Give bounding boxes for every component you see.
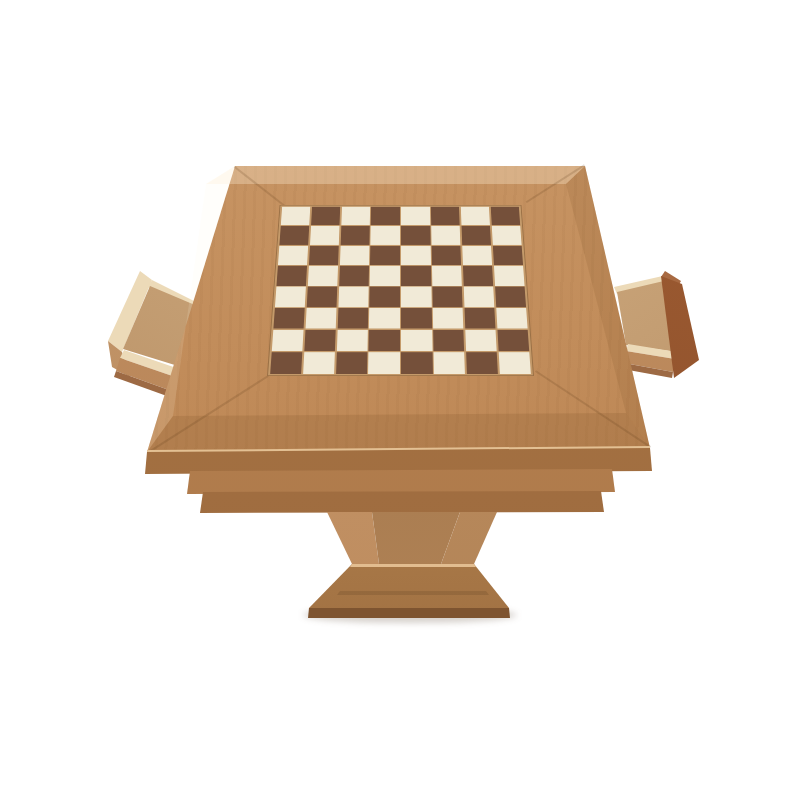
- square-h6: [493, 246, 523, 265]
- square-a2: [272, 330, 304, 351]
- square-e4: [401, 287, 431, 307]
- square-d6: [370, 246, 399, 265]
- square-f1: [434, 352, 466, 374]
- square-a3: [273, 308, 305, 329]
- foot-bottom-edge: [0, 0, 800, 800]
- drawer-left-rim-bottom: [0, 0, 800, 800]
- drawer-left-cap-face: [0, 0, 800, 800]
- miter-seam-front-left: [147, 375, 269, 454]
- apron-upper-step: [0, 0, 800, 800]
- column-left-chamfer: [0, 0, 800, 800]
- square-g8: [461, 207, 490, 225]
- square-a4: [275, 287, 306, 307]
- square-c2: [337, 330, 368, 351]
- square-a1: [270, 352, 302, 374]
- chess-table-photo: [0, 0, 800, 800]
- drawer-right-rim-bottom: [0, 0, 800, 800]
- square-e2: [401, 330, 432, 351]
- square-g5: [463, 266, 493, 286]
- square-d5: [370, 266, 400, 286]
- square-d2: [369, 330, 400, 351]
- square-g7: [461, 226, 491, 245]
- square-c4: [338, 287, 368, 307]
- square-d4: [370, 287, 400, 307]
- square-e3: [401, 308, 432, 329]
- square-h7: [492, 226, 522, 245]
- square-h3: [496, 308, 528, 329]
- drawer-right-cap-top-edge: [0, 0, 800, 800]
- tabletop-surface: [0, 0, 800, 800]
- square-c1: [336, 352, 368, 374]
- square-g4: [464, 287, 495, 307]
- square-e7: [401, 226, 430, 245]
- square-a5: [276, 266, 307, 286]
- table-edge-band: [0, 0, 800, 800]
- miter-seam-back-left: [234, 166, 285, 206]
- square-f4: [432, 287, 462, 307]
- drawer-left-cavity: [0, 0, 800, 800]
- square-f7: [431, 226, 460, 245]
- square-f3: [433, 308, 464, 329]
- square-h2: [497, 330, 529, 351]
- drawer-right-cap-face: [0, 0, 800, 800]
- square-b4: [307, 287, 338, 307]
- miter-seam-back-right: [526, 164, 585, 203]
- square-g3: [464, 308, 495, 329]
- square-e5: [401, 266, 431, 286]
- square-d7: [371, 226, 400, 245]
- square-b7: [310, 226, 340, 245]
- square-f2: [433, 330, 464, 351]
- column-front-face: [0, 0, 800, 800]
- drawer-left-front-band: [0, 0, 800, 800]
- tabletop-bevel-back: [0, 0, 800, 800]
- tabletop-bevel-front: [0, 0, 800, 800]
- square-g2: [465, 330, 497, 351]
- square-f8: [431, 207, 460, 225]
- square-a8: [281, 207, 311, 225]
- square-h5: [494, 266, 525, 286]
- square-b6: [309, 246, 339, 265]
- drawer-right-bottom-edge: [0, 0, 800, 800]
- square-b1: [303, 352, 335, 374]
- square-h8: [490, 207, 520, 225]
- square-g6: [462, 246, 492, 265]
- square-c8: [341, 207, 370, 225]
- square-h4: [495, 287, 526, 307]
- square-c3: [337, 308, 368, 329]
- square-c5: [339, 266, 369, 286]
- square-b2: [304, 330, 336, 351]
- square-b8: [311, 207, 340, 225]
- square-a7: [279, 226, 309, 245]
- miter-seam-front-right: [535, 370, 651, 448]
- tabletop-bevel-left: [0, 0, 800, 800]
- foot-top-highlight: [0, 0, 800, 800]
- square-f5: [432, 266, 462, 286]
- square-b3: [305, 308, 336, 329]
- square-c7: [340, 226, 369, 245]
- square-d8: [371, 207, 400, 225]
- square-d3: [369, 308, 400, 329]
- square-a6: [278, 246, 308, 265]
- chessboard: [267, 205, 534, 376]
- square-b5: [308, 266, 338, 286]
- drawer-left-rim-top: [0, 0, 800, 800]
- ground-shadow: [303, 607, 517, 623]
- drawer-right-rim-top: [0, 0, 800, 800]
- square-c6: [340, 246, 370, 265]
- square-d1: [368, 352, 399, 374]
- square-e1: [401, 352, 432, 374]
- square-e6: [401, 246, 430, 265]
- square-e8: [401, 207, 430, 225]
- column-right-chamfer: [0, 0, 800, 800]
- square-h1: [498, 352, 530, 374]
- drawer-left-bottom-edge: [0, 0, 800, 800]
- drawer-right-cavity: [0, 0, 800, 800]
- drawer-right-front-band: [0, 0, 800, 800]
- apron-lower-step: [0, 0, 800, 800]
- square-f6: [432, 246, 462, 265]
- table-edge-highlight: [0, 0, 800, 800]
- foot-inner-crease: [0, 0, 800, 800]
- tabletop-bevel-right: [0, 0, 800, 800]
- square-g1: [466, 352, 498, 374]
- drawer-left-cap-top-edge: [0, 0, 800, 800]
- foot-bevel-face: [0, 0, 800, 800]
